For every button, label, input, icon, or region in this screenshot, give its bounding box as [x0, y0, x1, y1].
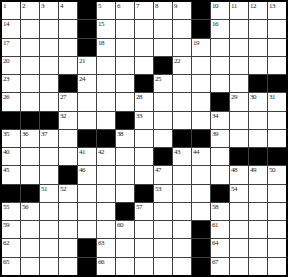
white-cell-r9c4[interactable] [59, 148, 77, 165]
white-cell-r15c8[interactable] [135, 258, 153, 275]
clue-number: 66 [98, 258, 104, 266]
black-cell-r1c11 [192, 2, 210, 19]
white-cell-r11c11[interactable] [192, 185, 210, 202]
white-cell-r7c15[interactable] [268, 112, 286, 129]
white-cell-r4c2[interactable] [21, 57, 39, 74]
white-cell-r14c3[interactable] [40, 239, 58, 256]
white-cell-r3c11[interactable]: 19 [192, 39, 210, 56]
clue-number: 22 [174, 57, 180, 65]
black-cell-r11c12 [211, 185, 229, 202]
white-cell-r14c1[interactable]: 62 [2, 239, 20, 256]
white-cell-r6c5[interactable] [78, 93, 96, 110]
white-cell-r4c12[interactable] [211, 57, 229, 74]
clue-number: 28 [136, 93, 142, 101]
white-cell-r10c2[interactable] [21, 166, 39, 183]
clue-number: 37 [41, 130, 47, 138]
white-cell-r12c14[interactable] [249, 203, 267, 220]
white-cell-r10c6[interactable] [97, 166, 115, 183]
white-cell-r15c13[interactable] [230, 258, 248, 275]
white-cell-r7c8[interactable]: 33 [135, 112, 153, 129]
white-cell-r15c4[interactable] [59, 258, 77, 275]
white-cell-r5c1[interactable]: 23 [2, 75, 20, 92]
white-cell-r6c6[interactable] [97, 93, 115, 110]
clue-number: 17 [3, 39, 9, 47]
white-cell-r15c9[interactable] [154, 258, 172, 275]
white-cell-r3c12[interactable] [211, 39, 229, 56]
white-cell-r3c7[interactable] [116, 39, 134, 56]
white-cell-r6c2[interactable] [21, 93, 39, 110]
clue-number: 31 [269, 93, 275, 101]
white-cell-r7c6[interactable] [97, 112, 115, 129]
white-cell-r1c4[interactable]: 4 [59, 2, 77, 19]
white-cell-r12c13[interactable] [230, 203, 248, 220]
black-cell-r2c11 [192, 20, 210, 37]
clue-number: 6 [117, 2, 120, 10]
clue-number: 57 [136, 203, 142, 211]
white-cell-r15c3[interactable] [40, 258, 58, 275]
white-cell-r12c11[interactable] [192, 203, 210, 220]
white-cell-r6c7[interactable] [116, 93, 134, 110]
white-cell-r1c9[interactable]: 8 [154, 2, 172, 19]
clue-number: 14 [3, 20, 9, 28]
white-cell-r2c4[interactable] [59, 20, 77, 37]
white-cell-r12c8[interactable]: 57 [135, 203, 153, 220]
clue-number: 49 [250, 166, 256, 174]
white-cell-r7c13[interactable] [230, 112, 248, 129]
clue-number: 45 [3, 166, 9, 174]
white-cell-r9c1[interactable]: 40 [2, 148, 20, 165]
black-cell-r13c11 [192, 221, 210, 238]
white-cell-r13c15[interactable] [268, 221, 286, 238]
black-cell-r11c1 [2, 185, 20, 202]
white-cell-r4c13[interactable] [230, 57, 248, 74]
white-cell-r10c5[interactable]: 46 [78, 166, 96, 183]
white-cell-r3c2[interactable] [21, 39, 39, 56]
white-cell-r15c10[interactable] [173, 258, 191, 275]
white-cell-r5c6[interactable] [97, 75, 115, 92]
white-cell-r15c12[interactable]: 67 [211, 258, 229, 275]
white-cell-r3c1[interactable]: 17 [2, 39, 20, 56]
white-cell-r10c11[interactable] [192, 166, 210, 183]
white-cell-r5c9[interactable]: 25 [154, 75, 172, 92]
white-cell-r1c2[interactable]: 2 [21, 2, 39, 19]
clue-number: 52 [60, 185, 66, 193]
clue-number: 56 [22, 203, 28, 211]
white-cell-r4c11[interactable] [192, 57, 210, 74]
clue-number: 39 [212, 130, 218, 138]
white-cell-r14c4[interactable] [59, 239, 77, 256]
white-cell-r1c7[interactable]: 6 [116, 2, 134, 19]
white-cell-r6c13[interactable]: 29 [230, 93, 248, 110]
white-cell-r8c15[interactable] [268, 130, 286, 147]
white-cell-r1c12[interactable]: 10 [211, 2, 229, 19]
white-cell-r15c7[interactable] [116, 258, 134, 275]
white-cell-r11c15[interactable] [268, 185, 286, 202]
black-cell-r9c13 [230, 148, 248, 165]
white-cell-r14c6[interactable]: 63 [97, 239, 115, 256]
clue-number: 42 [98, 148, 104, 156]
white-cell-r10c1[interactable]: 45 [2, 166, 20, 183]
clue-number: 38 [117, 130, 123, 138]
white-cell-r10c9[interactable]: 47 [154, 166, 172, 183]
black-cell-r9c14 [249, 148, 267, 165]
white-cell-r5c5[interactable]: 24 [78, 75, 96, 92]
black-cell-r6c12 [211, 93, 229, 110]
clue-number: 47 [155, 166, 161, 174]
black-cell-r4c9 [154, 57, 172, 74]
clue-number: 21 [79, 57, 85, 65]
clue-number: 62 [3, 239, 9, 247]
clue-number: 25 [155, 75, 161, 83]
black-cell-r5c8 [135, 75, 153, 92]
black-cell-r11c2 [21, 185, 39, 202]
white-cell-r13c9[interactable] [154, 221, 172, 238]
clue-number: 5 [98, 2, 101, 10]
white-cell-r10c7[interactable] [116, 166, 134, 183]
white-cell-r8c13[interactable] [230, 130, 248, 147]
white-cell-r6c11[interactable] [192, 93, 210, 110]
white-cell-r11c10[interactable] [173, 185, 191, 202]
white-cell-r1c15[interactable]: 13 [268, 2, 286, 19]
black-cell-r9c15 [268, 148, 286, 165]
white-cell-r5c13[interactable] [230, 75, 248, 92]
white-cell-r5c7[interactable] [116, 75, 134, 92]
black-cell-r8c6 [97, 130, 115, 147]
black-cell-r15c5 [78, 258, 96, 275]
white-cell-r11c14[interactable] [249, 185, 267, 202]
clue-number: 3 [41, 2, 44, 10]
white-cell-r10c14[interactable]: 49 [249, 166, 267, 183]
clue-number: 33 [136, 112, 142, 120]
clue-number: 60 [117, 221, 123, 229]
white-cell-r8c12[interactable]: 39 [211, 130, 229, 147]
clue-number: 59 [3, 221, 9, 229]
white-cell-r4c10[interactable]: 22 [173, 57, 191, 74]
white-cell-r7c11[interactable] [192, 112, 210, 129]
white-cell-r7c4[interactable]: 32 [59, 112, 77, 129]
white-cell-r12c4[interactable] [59, 203, 77, 220]
clue-number: 40 [3, 148, 9, 156]
black-cell-r5c4 [59, 75, 77, 92]
white-cell-r5c3[interactable] [40, 75, 58, 92]
white-cell-r7c10[interactable] [173, 112, 191, 129]
white-cell-r11c13[interactable]: 54 [230, 185, 248, 202]
black-cell-r9c9 [154, 148, 172, 165]
clue-number: 43 [174, 148, 180, 156]
white-cell-r15c6[interactable]: 66 [97, 258, 115, 275]
clue-number: 15 [98, 20, 104, 28]
white-cell-r3c8[interactable] [135, 39, 153, 56]
white-cell-r6c10[interactable] [173, 93, 191, 110]
clue-number: 2 [22, 2, 25, 10]
white-cell-r7c5[interactable] [78, 112, 96, 129]
white-cell-r12c5[interactable] [78, 203, 96, 220]
white-cell-r3c14[interactable] [249, 39, 267, 56]
clue-number: 11 [231, 2, 237, 10]
white-cell-r2c10[interactable] [173, 20, 191, 37]
white-cell-r10c10[interactable] [173, 166, 191, 183]
white-cell-r13c3[interactable] [40, 221, 58, 238]
clue-number: 8 [155, 2, 158, 10]
white-cell-r1c1[interactable]: 1 [2, 2, 20, 19]
white-cell-r4c5[interactable]: 21 [78, 57, 96, 74]
black-cell-r2c5 [78, 20, 96, 37]
white-cell-r13c7[interactable]: 60 [116, 221, 134, 238]
clue-number: 36 [22, 130, 28, 138]
white-cell-r7c12[interactable]: 34 [211, 112, 229, 129]
white-cell-r5c11[interactable] [192, 75, 210, 92]
white-cell-r5c10[interactable] [173, 75, 191, 92]
white-cell-r6c3[interactable] [40, 93, 58, 110]
white-cell-r7c9[interactable] [154, 112, 172, 129]
black-cell-r1c5 [78, 2, 96, 19]
clue-number: 12 [250, 2, 256, 10]
white-cell-r2c15[interactable] [268, 20, 286, 37]
white-cell-r11c4[interactable]: 52 [59, 185, 77, 202]
white-cell-r2c9[interactable] [154, 20, 172, 37]
clue-number: 26 [3, 93, 9, 101]
white-cell-r8c1[interactable]: 35 [2, 130, 20, 147]
clue-number: 4 [60, 2, 63, 10]
clue-number: 50 [269, 166, 275, 174]
white-cell-r1c13[interactable]: 11 [230, 2, 248, 19]
clue-number: 13 [269, 2, 275, 10]
white-cell-r14c15[interactable] [268, 239, 286, 256]
clue-number: 54 [231, 185, 237, 193]
clue-number: 64 [212, 239, 218, 247]
white-cell-r1c3[interactable]: 3 [40, 2, 58, 19]
clue-number: 29 [231, 93, 237, 101]
clue-number: 34 [212, 112, 218, 120]
clue-number: 1 [3, 2, 6, 10]
black-cell-r7c2 [21, 112, 39, 129]
clue-number: 41 [79, 148, 85, 156]
clue-number: 9 [174, 2, 177, 10]
white-cell-r8c7[interactable]: 38 [116, 130, 134, 147]
white-cell-r4c8[interactable] [135, 57, 153, 74]
white-cell-r12c9[interactable] [154, 203, 172, 220]
white-cell-r13c12[interactable]: 61 [211, 221, 229, 238]
white-cell-r13c1[interactable]: 59 [2, 221, 20, 238]
white-cell-r12c10[interactable] [173, 203, 191, 220]
white-cell-r3c9[interactable] [154, 39, 172, 56]
white-cell-r13c13[interactable] [230, 221, 248, 238]
white-cell-r1c14[interactable]: 12 [249, 2, 267, 19]
white-cell-r14c13[interactable] [230, 239, 248, 256]
clue-number: 53 [155, 185, 161, 193]
clue-number: 35 [3, 130, 9, 138]
clue-number: 46 [79, 166, 85, 174]
white-cell-r4c4[interactable] [59, 57, 77, 74]
clue-number: 27 [60, 93, 66, 101]
black-cell-r14c5 [78, 239, 96, 256]
white-cell-r12c1[interactable]: 55 [2, 203, 20, 220]
clue-number: 23 [3, 75, 9, 83]
white-cell-r14c9[interactable] [154, 239, 172, 256]
black-cell-r11c8 [135, 185, 153, 202]
clue-number: 67 [212, 258, 218, 266]
white-cell-r11c7[interactable] [116, 185, 134, 202]
white-cell-r9c2[interactable] [21, 148, 39, 165]
clue-number: 10 [212, 2, 218, 10]
black-cell-r7c7 [116, 112, 134, 129]
white-cell-r2c6[interactable]: 15 [97, 20, 115, 37]
white-cell-r15c2[interactable] [21, 258, 39, 275]
white-cell-r10c8[interactable] [135, 166, 153, 183]
white-cell-r11c5[interactable] [78, 185, 96, 202]
white-cell-r13c14[interactable] [249, 221, 267, 238]
white-cell-r8c8[interactable] [135, 130, 153, 147]
white-cell-r13c4[interactable] [59, 221, 77, 238]
white-cell-r8c4[interactable] [59, 130, 77, 147]
white-cell-r15c15[interactable] [268, 258, 286, 275]
white-cell-r6c15[interactable]: 31 [268, 93, 286, 110]
white-cell-r13c10[interactable] [173, 221, 191, 238]
clue-number: 55 [3, 203, 9, 211]
white-cell-r6c14[interactable]: 30 [249, 93, 267, 110]
black-cell-r5c14 [249, 75, 267, 92]
white-cell-r6c4[interactable]: 27 [59, 93, 77, 110]
black-cell-r8c11 [192, 130, 210, 147]
white-cell-r3c3[interactable] [40, 39, 58, 56]
crossword-grid: 1234567891011121314151617181920212223242… [0, 0, 288, 277]
white-cell-r14c10[interactable] [173, 239, 191, 256]
white-cell-r12c2[interactable]: 56 [21, 203, 39, 220]
clue-number: 19 [193, 39, 199, 47]
clue-number: 48 [231, 166, 237, 174]
clue-number: 63 [98, 239, 104, 247]
white-cell-r9c6[interactable]: 42 [97, 148, 115, 165]
white-cell-r11c6[interactable] [97, 185, 115, 202]
white-cell-r10c12[interactable] [211, 166, 229, 183]
white-cell-r4c3[interactable] [40, 57, 58, 74]
white-cell-r4c15[interactable] [268, 57, 286, 74]
white-cell-r14c14[interactable] [249, 239, 267, 256]
white-cell-r6c9[interactable] [154, 93, 172, 110]
white-cell-r1c6[interactable]: 5 [97, 2, 115, 19]
clue-number: 58 [212, 203, 218, 211]
white-cell-r9c5[interactable]: 41 [78, 148, 96, 165]
black-cell-r8c5 [78, 130, 96, 147]
clue-number: 51 [41, 185, 47, 193]
white-cell-r12c15[interactable] [268, 203, 286, 220]
white-cell-r3c4[interactable] [59, 39, 77, 56]
white-cell-r12c6[interactable] [97, 203, 115, 220]
white-cell-r10c13[interactable]: 48 [230, 166, 248, 183]
white-cell-r14c12[interactable]: 64 [211, 239, 229, 256]
white-cell-r14c7[interactable] [116, 239, 134, 256]
white-cell-r2c13[interactable] [230, 20, 248, 37]
white-cell-r5c2[interactable] [21, 75, 39, 92]
white-cell-r4c7[interactable] [116, 57, 134, 74]
clue-number: 61 [212, 221, 218, 229]
white-cell-r2c12[interactable]: 16 [211, 20, 229, 37]
white-cell-r7c14[interactable] [249, 112, 267, 129]
clue-number: 16 [212, 20, 218, 28]
white-cell-r10c3[interactable] [40, 166, 58, 183]
white-cell-r9c10[interactable]: 43 [173, 148, 191, 165]
white-cell-r11c3[interactable]: 51 [40, 185, 58, 202]
white-cell-r9c11[interactable]: 44 [192, 148, 210, 165]
clue-number: 24 [79, 75, 85, 83]
black-cell-r12c7 [116, 203, 134, 220]
clue-number: 30 [250, 93, 256, 101]
clue-number: 18 [98, 39, 104, 47]
clue-number: 65 [3, 258, 9, 266]
white-cell-r3c13[interactable] [230, 39, 248, 56]
white-cell-r2c3[interactable] [40, 20, 58, 37]
white-cell-r1c8[interactable]: 7 [135, 2, 153, 19]
white-cell-r9c12[interactable] [211, 148, 229, 165]
white-cell-r14c8[interactable] [135, 239, 153, 256]
black-cell-r10c4 [59, 166, 77, 183]
black-cell-r15c11 [192, 258, 210, 275]
white-cell-r9c7[interactable] [116, 148, 134, 165]
white-cell-r12c3[interactable] [40, 203, 58, 220]
black-cell-r14c11 [192, 239, 210, 256]
white-cell-r13c6[interactable] [97, 221, 115, 238]
white-cell-r12c12[interactable]: 58 [211, 203, 229, 220]
clue-number: 32 [60, 112, 66, 120]
clue-number: 44 [193, 148, 199, 156]
black-cell-r8c10 [173, 130, 191, 147]
white-cell-r2c8[interactable] [135, 20, 153, 37]
white-cell-r4c14[interactable] [249, 57, 267, 74]
black-cell-r3c5 [78, 39, 96, 56]
white-cell-r2c14[interactable] [249, 20, 267, 37]
white-cell-r9c3[interactable] [40, 148, 58, 165]
white-cell-r8c3[interactable]: 37 [40, 130, 58, 147]
clue-number: 7 [136, 2, 139, 10]
white-cell-r3c15[interactable] [268, 39, 286, 56]
white-cell-r2c2[interactable] [21, 20, 39, 37]
black-cell-r7c1 [2, 112, 20, 129]
white-cell-r2c1[interactable]: 14 [2, 20, 20, 37]
black-cell-r7c3 [40, 112, 58, 129]
white-cell-r13c8[interactable] [135, 221, 153, 238]
white-cell-r3c6[interactable]: 18 [97, 39, 115, 56]
white-cell-r15c1[interactable]: 65 [2, 258, 20, 275]
white-cell-r3c10[interactable] [173, 39, 191, 56]
white-cell-r14c2[interactable] [21, 239, 39, 256]
white-cell-r13c2[interactable] [21, 221, 39, 238]
white-cell-r13c5[interactable] [78, 221, 96, 238]
white-cell-r5c12[interactable] [211, 75, 229, 92]
white-cell-r15c14[interactable] [249, 258, 267, 275]
white-cell-r6c8[interactable]: 28 [135, 93, 153, 110]
black-cell-r5c15 [268, 75, 286, 92]
white-cell-r4c6[interactable] [97, 57, 115, 74]
clue-number: 20 [3, 57, 9, 65]
white-cell-r10c15[interactable]: 50 [268, 166, 286, 183]
white-cell-r8c14[interactable] [249, 130, 267, 147]
white-cell-r8c9[interactable] [154, 130, 172, 147]
white-cell-r8c2[interactable]: 36 [21, 130, 39, 147]
white-cell-r11c9[interactable]: 53 [154, 185, 172, 202]
white-cell-r1c10[interactable]: 9 [173, 2, 191, 19]
white-cell-r4c1[interactable]: 20 [2, 57, 20, 74]
white-cell-r2c7[interactable] [116, 20, 134, 37]
white-cell-r9c8[interactable] [135, 148, 153, 165]
white-cell-r6c1[interactable]: 26 [2, 93, 20, 110]
